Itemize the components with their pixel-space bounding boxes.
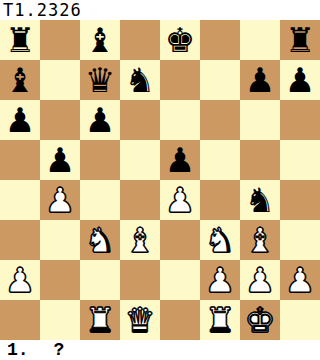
square-c1[interactable]: ♜: [80, 300, 120, 340]
square-g5[interactable]: [240, 140, 280, 180]
square-h3[interactable]: [280, 220, 320, 260]
square-f4[interactable]: [200, 180, 240, 220]
square-b8[interactable]: [40, 20, 80, 60]
piece-white-knight[interactable]: ♞: [200, 220, 240, 260]
square-e4[interactable]: ♟: [160, 180, 200, 220]
piece-white-queen[interactable]: ♛: [120, 300, 160, 340]
piece-black-pawn[interactable]: ♟: [0, 100, 40, 140]
square-a3[interactable]: [0, 220, 40, 260]
square-f6[interactable]: [200, 100, 240, 140]
square-a1[interactable]: [0, 300, 40, 340]
square-h8[interactable]: ♜: [280, 20, 320, 60]
square-g7[interactable]: ♟: [240, 60, 280, 100]
square-g1[interactable]: ♚: [240, 300, 280, 340]
square-a2[interactable]: ♟: [0, 260, 40, 300]
square-d8[interactable]: [120, 20, 160, 60]
square-h6[interactable]: [280, 100, 320, 140]
square-c4[interactable]: [80, 180, 120, 220]
square-d6[interactable]: [120, 100, 160, 140]
piece-black-pawn[interactable]: ♟: [240, 60, 280, 100]
square-d4[interactable]: [120, 180, 160, 220]
piece-white-knight[interactable]: ♞: [80, 220, 120, 260]
piece-white-pawn[interactable]: ♟: [40, 180, 80, 220]
square-h7[interactable]: ♟: [280, 60, 320, 100]
square-d1[interactable]: ♛: [120, 300, 160, 340]
square-e6[interactable]: [160, 100, 200, 140]
square-c8[interactable]: ♝: [80, 20, 120, 60]
square-e7[interactable]: [160, 60, 200, 100]
piece-white-pawn[interactable]: ♟: [240, 260, 280, 300]
square-e8[interactable]: ♚: [160, 20, 200, 60]
square-e2[interactable]: [160, 260, 200, 300]
piece-white-pawn[interactable]: ♟: [0, 260, 40, 300]
piece-white-rook[interactable]: ♜: [200, 300, 240, 340]
square-h5[interactable]: [280, 140, 320, 180]
square-e5[interactable]: ♟: [160, 140, 200, 180]
piece-white-pawn[interactable]: ♟: [160, 180, 200, 220]
square-h2[interactable]: ♟: [280, 260, 320, 300]
square-g2[interactable]: ♟: [240, 260, 280, 300]
square-g6[interactable]: [240, 100, 280, 140]
square-a8[interactable]: ♜: [0, 20, 40, 60]
piece-black-pawn[interactable]: ♟: [80, 100, 120, 140]
puzzle-title: T1.2326: [0, 0, 320, 20]
piece-black-rook[interactable]: ♜: [280, 20, 320, 60]
square-g8[interactable]: [240, 20, 280, 60]
piece-white-bishop[interactable]: ♝: [240, 220, 280, 260]
chess-trainer-window: T1.2326 ♜♝♚♜♝♛♞♟♟♟♟♟♟♟♟♞♞♝♞♝♟♟♟♟♜♛♜♚ 1. …: [0, 0, 320, 360]
square-c5[interactable]: [80, 140, 120, 180]
piece-black-pawn[interactable]: ♟: [280, 60, 320, 100]
square-d2[interactable]: [120, 260, 160, 300]
square-b4[interactable]: ♟: [40, 180, 80, 220]
piece-black-knight[interactable]: ♞: [240, 180, 280, 220]
piece-white-bishop[interactable]: ♝: [120, 220, 160, 260]
square-c6[interactable]: ♟: [80, 100, 120, 140]
square-b5[interactable]: ♟: [40, 140, 80, 180]
square-a7[interactable]: ♝: [0, 60, 40, 100]
piece-black-king[interactable]: ♚: [160, 20, 200, 60]
square-f7[interactable]: [200, 60, 240, 100]
square-d3[interactable]: ♝: [120, 220, 160, 260]
square-b1[interactable]: [40, 300, 80, 340]
piece-black-bishop[interactable]: ♝: [80, 20, 120, 60]
square-a5[interactable]: [0, 140, 40, 180]
square-d5[interactable]: [120, 140, 160, 180]
square-f3[interactable]: ♞: [200, 220, 240, 260]
piece-white-pawn[interactable]: ♟: [200, 260, 240, 300]
piece-white-king[interactable]: ♚: [240, 300, 280, 340]
square-d7[interactable]: ♞: [120, 60, 160, 100]
piece-black-rook[interactable]: ♜: [0, 20, 40, 60]
piece-black-queen[interactable]: ♛: [80, 60, 120, 100]
square-e1[interactable]: [160, 300, 200, 340]
square-h1[interactable]: [280, 300, 320, 340]
piece-black-knight[interactable]: ♞: [120, 60, 160, 100]
piece-white-pawn[interactable]: ♟: [280, 260, 320, 300]
square-b6[interactable]: [40, 100, 80, 140]
square-b7[interactable]: [40, 60, 80, 100]
square-a4[interactable]: [0, 180, 40, 220]
square-b2[interactable]: [40, 260, 80, 300]
square-f5[interactable]: [200, 140, 240, 180]
square-h4[interactable]: [280, 180, 320, 220]
square-c3[interactable]: ♞: [80, 220, 120, 260]
piece-white-rook[interactable]: ♜: [80, 300, 120, 340]
square-e3[interactable]: [160, 220, 200, 260]
piece-black-pawn[interactable]: ♟: [40, 140, 80, 180]
square-f1[interactable]: ♜: [200, 300, 240, 340]
square-g4[interactable]: ♞: [240, 180, 280, 220]
piece-black-bishop[interactable]: ♝: [0, 60, 40, 100]
square-b3[interactable]: [40, 220, 80, 260]
square-f2[interactable]: ♟: [200, 260, 240, 300]
chess-board: ♜♝♚♜♝♛♞♟♟♟♟♟♟♟♟♞♞♝♞♝♟♟♟♟♜♛♜♚: [0, 20, 320, 340]
square-g3[interactable]: ♝: [240, 220, 280, 260]
move-prompt: 1. ?: [0, 340, 320, 360]
square-f8[interactable]: [200, 20, 240, 60]
piece-black-pawn[interactable]: ♟: [160, 140, 200, 180]
square-a6[interactable]: ♟: [0, 100, 40, 140]
square-c7[interactable]: ♛: [80, 60, 120, 100]
square-c2[interactable]: [80, 260, 120, 300]
